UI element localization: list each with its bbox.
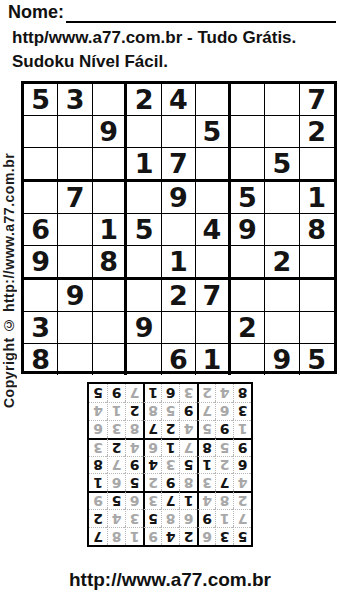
puzzle-cell-r2c2[interactable] — [58, 116, 92, 148]
puzzle-cell-r8c2[interactable] — [58, 312, 92, 344]
puzzle-cell-r6c3: 8 — [93, 246, 127, 280]
puzzle-cell-r8c8[interactable] — [265, 312, 299, 344]
solution-cell-r5c4: 5 — [179, 456, 197, 474]
solution-cell-r9c4: 3 — [179, 384, 197, 402]
copyright-vertical-text: Copyright © http://www.a77.com.br — [0, 92, 18, 468]
solution-cell-r7c1: 1 — [233, 420, 251, 438]
puzzle-cell-r9c8: 9 — [265, 344, 299, 375]
solution-cell-r7c2: 9 — [215, 420, 233, 438]
solution-cell-r9c7: 7 — [125, 384, 143, 402]
solution-cell-r9c5: 6 — [161, 384, 179, 402]
solution-cell-r4c8: 6 — [107, 473, 125, 491]
solution-cell-r2c3: 9 — [197, 509, 215, 527]
puzzle-cell-r8c6[interactable] — [196, 312, 230, 344]
puzzle-cell-r1c7[interactable] — [231, 84, 265, 116]
solution-cell-r7c9: 6 — [89, 420, 107, 438]
solution-cell-r5c3: 1 — [197, 456, 215, 474]
puzzle-cell-r5c7: 9 — [231, 214, 265, 246]
solution-cell-r5c6: 4 — [143, 456, 161, 474]
puzzle-level-title: Sudoku Nível Fácil. — [12, 52, 168, 72]
solution-cell-r1c6: 9 — [143, 527, 161, 545]
puzzle-cell-r6c4[interactable] — [127, 246, 161, 280]
puzzle-cell-r3c9[interactable] — [300, 148, 334, 182]
solution-cell-r4c7: 5 — [125, 473, 143, 491]
solution-cell-r8c7: 2 — [125, 402, 143, 420]
puzzle-cell-r7c9[interactable] — [300, 280, 334, 312]
puzzle-cell-r6c5: 1 — [162, 246, 196, 280]
solution-cell-r6c9: 3 — [89, 438, 107, 456]
puzzle-cell-r7c7[interactable] — [231, 280, 265, 312]
solution-cell-r3c1: 2 — [233, 491, 251, 509]
solution-cell-r9c3: 2 — [197, 384, 215, 402]
solution-cell-r2c2: 1 — [215, 509, 233, 527]
solution-cell-r7c4: 4 — [179, 420, 197, 438]
puzzle-cell-r1c1: 5 — [24, 84, 58, 116]
puzzle-cell-r3c3[interactable] — [93, 148, 127, 182]
puzzle-cell-r3c6[interactable] — [196, 148, 230, 182]
solution-cell-r3c5: 7 — [161, 491, 179, 509]
puzzle-cell-r5c3: 1 — [93, 214, 127, 246]
puzzle-cell-r5c4: 5 — [127, 214, 161, 246]
solution-cell-r8c2: 6 — [215, 402, 233, 420]
puzzle-cell-r2c7[interactable] — [231, 116, 265, 148]
puzzle-cell-r9c1: 8 — [24, 344, 58, 375]
puzzle-cell-r8c7: 2 — [231, 312, 265, 344]
solution-cell-r5c2: 2 — [215, 456, 233, 474]
puzzle-cell-r3c4: 1 — [127, 148, 161, 182]
puzzle-cell-r6c2[interactable] — [58, 246, 92, 280]
puzzle-cell-r1c5: 4 — [162, 84, 196, 116]
puzzle-cell-r8c5[interactable] — [162, 312, 196, 344]
solution-cell-r8c1: 3 — [233, 402, 251, 420]
solution-cell-r5c7: 9 — [125, 456, 143, 474]
solution-cell-r7c7: 8 — [125, 420, 143, 438]
solution-cell-r3c7: 6 — [125, 491, 143, 509]
solution-cell-r1c8: 8 — [107, 527, 125, 545]
puzzle-cell-r3c2[interactable] — [58, 148, 92, 182]
puzzle-cell-r4c9: 1 — [300, 182, 334, 214]
puzzle-cell-r9c5: 6 — [162, 344, 196, 375]
puzzle-cell-r1c6[interactable] — [196, 84, 230, 116]
puzzle-cell-r4c8[interactable] — [265, 182, 299, 214]
puzzle-cell-r3c5: 7 — [162, 148, 196, 182]
solution-cell-r3c9: 9 — [89, 491, 107, 509]
puzzle-cell-r7c6: 7 — [196, 280, 230, 312]
solution-cell-r1c4: 2 — [179, 527, 197, 545]
solution-cell-r5c5: 3 — [161, 456, 179, 474]
puzzle-cell-r5c6: 4 — [196, 214, 230, 246]
sudoku-puzzle-grid: 532479521757951615498981292739286195 — [21, 81, 337, 374]
puzzle-cell-r5c8[interactable] — [265, 214, 299, 246]
solution-cell-r4c2: 7 — [215, 473, 233, 491]
puzzle-cell-r9c7[interactable] — [231, 344, 265, 375]
puzzle-cell-r5c2[interactable] — [58, 214, 92, 246]
solution-cell-r6c3: 8 — [197, 438, 215, 456]
solution-cell-r8c3: 7 — [197, 402, 215, 420]
puzzle-cell-r4c3[interactable] — [93, 182, 127, 214]
puzzle-cell-r7c2: 9 — [58, 280, 92, 312]
solution-cell-r1c3: 6 — [197, 527, 215, 545]
solution-cell-r4c3: 3 — [197, 473, 215, 491]
solution-cell-r4c6: 2 — [143, 473, 161, 491]
solution-cell-r2c6: 5 — [143, 509, 161, 527]
puzzle-cell-r2c9: 2 — [300, 116, 334, 148]
solution-cell-r2c5: 8 — [161, 509, 179, 527]
solution-cell-r6c2: 5 — [215, 438, 233, 456]
puzzle-cell-r9c9: 5 — [300, 344, 334, 375]
solution-cell-r7c3: 5 — [197, 420, 215, 438]
name-fill-line[interactable] — [66, 2, 336, 23]
puzzle-cell-r8c3[interactable] — [93, 312, 127, 344]
solution-cell-r4c1: 4 — [233, 473, 251, 491]
solution-cell-r6c8: 2 — [107, 438, 125, 456]
solution-cell-r8c6: 8 — [143, 402, 161, 420]
puzzle-cell-r4c7: 5 — [231, 182, 265, 214]
puzzle-cell-r5c1: 6 — [24, 214, 58, 246]
puzzle-cell-r9c2[interactable] — [58, 344, 92, 375]
puzzle-cell-r4c2: 7 — [58, 182, 92, 214]
puzzle-cell-r9c6: 1 — [196, 344, 230, 375]
solution-cell-r5c8: 7 — [107, 456, 125, 474]
solution-cell-r7c5: 2 — [161, 420, 179, 438]
solution-cell-r4c4: 8 — [179, 473, 197, 491]
solution-cell-r6c4: 7 — [179, 438, 197, 456]
solution-cell-r1c1: 5 — [233, 527, 251, 545]
puzzle-cell-r4c5: 9 — [162, 182, 196, 214]
puzzle-cell-r7c4[interactable] — [127, 280, 161, 312]
puzzle-cell-r1c2: 3 — [58, 84, 92, 116]
puzzle-cell-r8c1: 3 — [24, 312, 58, 344]
sudoku-solution-grid-rotated: 5362491877196853422841736594738925616215… — [87, 382, 253, 547]
solution-cell-r3c6: 3 — [143, 491, 161, 509]
puzzle-cell-r9c4[interactable] — [127, 344, 161, 375]
puzzle-cell-r1c9: 7 — [300, 84, 334, 116]
puzzle-cell-r4c6[interactable] — [196, 182, 230, 214]
puzzle-cell-r3c1[interactable] — [24, 148, 58, 182]
solution-cell-r2c1: 7 — [233, 509, 251, 527]
puzzle-cell-r6c8: 2 — [265, 246, 299, 280]
solution-cell-r6c7: 4 — [125, 438, 143, 456]
puzzle-cell-r7c3[interactable] — [93, 280, 127, 312]
puzzle-cell-r4c4[interactable] — [127, 182, 161, 214]
solution-cell-r5c1: 6 — [233, 456, 251, 474]
name-label: Nome: — [8, 2, 64, 23]
puzzle-cell-r2c5[interactable] — [162, 116, 196, 148]
solution-cell-r2c8: 4 — [107, 509, 125, 527]
solution-cell-r2c4: 6 — [179, 509, 197, 527]
puzzle-cell-r1c8[interactable] — [265, 84, 299, 116]
puzzle-cell-r2c6: 5 — [196, 116, 230, 148]
solution-cell-r3c4: 1 — [179, 491, 197, 509]
solution-cell-r1c2: 3 — [215, 527, 233, 545]
solution-cell-r8c8: 1 — [107, 402, 125, 420]
solution-cell-r8c9: 4 — [89, 402, 107, 420]
puzzle-cell-r3c8: 5 — [265, 148, 299, 182]
footer-url: http://www.a77.com.br — [0, 569, 340, 591]
puzzle-cell-r5c5[interactable] — [162, 214, 196, 246]
solution-cell-r6c5: 1 — [161, 438, 179, 456]
solution-cell-r2c9: 2 — [89, 509, 107, 527]
puzzle-cell-r9c3[interactable] — [93, 344, 127, 375]
puzzle-cell-r4c1[interactable] — [24, 182, 58, 214]
puzzle-cell-r1c3[interactable] — [93, 84, 127, 116]
solution-cell-r1c5: 4 — [161, 527, 179, 545]
solution-cell-r1c9: 7 — [89, 527, 107, 545]
puzzle-cell-r6c6[interactable] — [196, 246, 230, 280]
puzzle-cell-r8c4: 9 — [127, 312, 161, 344]
puzzle-cell-r6c1: 9 — [24, 246, 58, 280]
solution-cell-r1c7: 1 — [125, 527, 143, 545]
puzzle-cell-r2c3: 9 — [93, 116, 127, 148]
solution-cell-r3c8: 5 — [107, 491, 125, 509]
solution-cell-r8c4: 9 — [179, 402, 197, 420]
solution-cell-r9c1: 8 — [233, 384, 251, 402]
solution-cell-r9c8: 9 — [107, 384, 125, 402]
solution-cell-r7c6: 7 — [143, 420, 161, 438]
puzzle-cell-r3c7[interactable] — [231, 148, 265, 182]
puzzle-cell-r8c9[interactable] — [300, 312, 334, 344]
solution-cell-r9c9: 5 — [89, 384, 107, 402]
solution-cell-r3c3: 4 — [197, 491, 215, 509]
solution-cell-r8c5: 5 — [161, 402, 179, 420]
puzzle-cell-r2c1[interactable] — [24, 116, 58, 148]
puzzle-cell-r6c7[interactable] — [231, 246, 265, 280]
puzzle-cell-r2c4[interactable] — [127, 116, 161, 148]
puzzle-cell-r6c9[interactable] — [300, 246, 334, 280]
solution-cell-r9c2: 4 — [215, 384, 233, 402]
puzzle-cell-r7c5: 2 — [162, 280, 196, 312]
solution-cell-r9c6: 1 — [143, 384, 161, 402]
solution-cell-r7c8: 3 — [107, 420, 125, 438]
solution-cell-r2c7: 3 — [125, 509, 143, 527]
name-row: Nome: — [8, 2, 336, 23]
puzzle-cell-r5c9: 8 — [300, 214, 334, 246]
solution-cell-r6c1: 9 — [233, 438, 251, 456]
puzzle-cell-r2c8[interactable] — [265, 116, 299, 148]
solution-cell-r6c6: 6 — [143, 438, 161, 456]
solution-cell-r4c5: 9 — [161, 473, 179, 491]
solution-cell-r3c2: 8 — [215, 491, 233, 509]
solution-cell-r4c9: 1 — [89, 473, 107, 491]
solution-cell-r5c9: 8 — [89, 456, 107, 474]
puzzle-cell-r7c1[interactable] — [24, 280, 58, 312]
site-title: http/www.a77.com.br - Tudo Grátis. — [12, 28, 296, 48]
puzzle-cell-r1c4: 2 — [127, 84, 161, 116]
puzzle-cell-r7c8[interactable] — [265, 280, 299, 312]
